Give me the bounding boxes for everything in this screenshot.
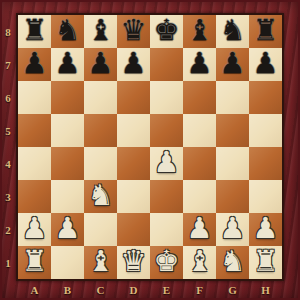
- square-f6[interactable]: [183, 81, 216, 114]
- square-a1[interactable]: ♜: [18, 246, 51, 279]
- square-c2[interactable]: [84, 213, 117, 246]
- file-label-h: H: [249, 281, 282, 298]
- rank-label-8: 8: [0, 15, 16, 48]
- square-g3[interactable]: [216, 180, 249, 213]
- black-pawn: ♟: [55, 47, 81, 80]
- black-pawn: ♟: [121, 47, 147, 80]
- square-e2[interactable]: [150, 213, 183, 246]
- square-f8[interactable]: ♝: [183, 15, 216, 48]
- rank-label-3: 3: [0, 180, 16, 213]
- square-d7[interactable]: ♟: [117, 48, 150, 81]
- rank-label-6: 6: [0, 81, 16, 114]
- file-label-c: C: [84, 281, 117, 298]
- square-g1[interactable]: ♞: [216, 246, 249, 279]
- square-h4[interactable]: [249, 147, 282, 180]
- square-g5[interactable]: [216, 114, 249, 147]
- board-frame: 87654321 ♜♞♝♛♚♝♞♜♟♟♟♟♟♟♟♟♞♟♟♟♟♟♜♝♛♚♝♞♜ A…: [0, 0, 300, 300]
- rank-label-1: 1: [0, 246, 16, 279]
- square-h2[interactable]: ♟: [249, 213, 282, 246]
- square-a3[interactable]: [18, 180, 51, 213]
- square-f4[interactable]: [183, 147, 216, 180]
- white-pawn: ♟: [253, 212, 279, 245]
- square-c8[interactable]: ♝: [84, 15, 117, 48]
- white-knight: ♞: [220, 245, 246, 278]
- file-label-f: F: [183, 281, 216, 298]
- square-g4[interactable]: [216, 147, 249, 180]
- black-pawn: ♟: [187, 47, 213, 80]
- square-a6[interactable]: [18, 81, 51, 114]
- square-f2[interactable]: ♟: [183, 213, 216, 246]
- black-pawn: ♟: [253, 47, 279, 80]
- white-queen: ♛: [121, 245, 147, 278]
- file-label-g: G: [216, 281, 249, 298]
- square-d4[interactable]: [117, 147, 150, 180]
- black-bishop: ♝: [187, 14, 213, 47]
- square-e1[interactable]: ♚: [150, 246, 183, 279]
- rank-label-7: 7: [0, 48, 16, 81]
- square-a2[interactable]: ♟: [18, 213, 51, 246]
- white-bishop: ♝: [88, 245, 114, 278]
- square-f5[interactable]: [183, 114, 216, 147]
- square-g2[interactable]: ♟: [216, 213, 249, 246]
- square-f1[interactable]: ♝: [183, 246, 216, 279]
- black-pawn: ♟: [220, 47, 246, 80]
- square-c6[interactable]: [84, 81, 117, 114]
- square-g8[interactable]: ♞: [216, 15, 249, 48]
- square-h1[interactable]: ♜: [249, 246, 282, 279]
- black-rook: ♜: [22, 14, 48, 47]
- file-label-a: A: [18, 281, 51, 298]
- rank-label-4: 4: [0, 147, 16, 180]
- square-b6[interactable]: [51, 81, 84, 114]
- square-g6[interactable]: [216, 81, 249, 114]
- square-h3[interactable]: [249, 180, 282, 213]
- white-pawn: ♟: [154, 146, 180, 179]
- black-knight: ♞: [220, 14, 246, 47]
- square-a5[interactable]: [18, 114, 51, 147]
- rank-label-2: 2: [0, 213, 16, 246]
- square-e3[interactable]: [150, 180, 183, 213]
- square-b5[interactable]: [51, 114, 84, 147]
- file-label-e: E: [150, 281, 183, 298]
- white-bishop: ♝: [187, 245, 213, 278]
- square-h8[interactable]: ♜: [249, 15, 282, 48]
- square-h7[interactable]: ♟: [249, 48, 282, 81]
- square-e8[interactable]: ♚: [150, 15, 183, 48]
- rank-labels: 87654321: [0, 15, 16, 279]
- white-rook: ♜: [22, 245, 48, 278]
- square-b7[interactable]: ♟: [51, 48, 84, 81]
- square-f7[interactable]: ♟: [183, 48, 216, 81]
- square-h5[interactable]: [249, 114, 282, 147]
- square-d8[interactable]: ♛: [117, 15, 150, 48]
- square-a7[interactable]: ♟: [18, 48, 51, 81]
- file-label-d: D: [117, 281, 150, 298]
- square-b4[interactable]: [51, 147, 84, 180]
- square-e6[interactable]: [150, 81, 183, 114]
- white-pawn: ♟: [220, 212, 246, 245]
- square-e7[interactable]: [150, 48, 183, 81]
- black-queen: ♛: [121, 14, 147, 47]
- square-h6[interactable]: [249, 81, 282, 114]
- square-d5[interactable]: [117, 114, 150, 147]
- square-e4[interactable]: ♟: [150, 147, 183, 180]
- white-rook: ♜: [253, 245, 279, 278]
- square-f3[interactable]: [183, 180, 216, 213]
- square-e5[interactable]: [150, 114, 183, 147]
- black-knight: ♞: [55, 14, 81, 47]
- black-pawn: ♟: [22, 47, 48, 80]
- file-labels: ABCDEFGH: [18, 281, 282, 298]
- file-label-b: B: [51, 281, 84, 298]
- square-d6[interactable]: [117, 81, 150, 114]
- black-king: ♚: [154, 14, 180, 47]
- white-pawn: ♟: [55, 212, 81, 245]
- white-pawn: ♟: [22, 212, 48, 245]
- square-g7[interactable]: ♟: [216, 48, 249, 81]
- white-knight: ♞: [88, 179, 114, 212]
- square-b3[interactable]: [51, 180, 84, 213]
- black-rook: ♜: [253, 14, 279, 47]
- square-b8[interactable]: ♞: [51, 15, 84, 48]
- square-d1[interactable]: ♛: [117, 246, 150, 279]
- rank-label-5: 5: [0, 114, 16, 147]
- square-b1[interactable]: [51, 246, 84, 279]
- square-d3[interactable]: [117, 180, 150, 213]
- black-pawn: ♟: [88, 47, 114, 80]
- square-d2[interactable]: [117, 213, 150, 246]
- square-c5[interactable]: [84, 114, 117, 147]
- square-a4[interactable]: [18, 147, 51, 180]
- square-c3[interactable]: ♞: [84, 180, 117, 213]
- square-a8[interactable]: ♜: [18, 15, 51, 48]
- square-c1[interactable]: ♝: [84, 246, 117, 279]
- white-king: ♚: [154, 245, 180, 278]
- white-pawn: ♟: [187, 212, 213, 245]
- chess-board[interactable]: ♜♞♝♛♚♝♞♜♟♟♟♟♟♟♟♟♞♟♟♟♟♟♜♝♛♚♝♞♜: [16, 13, 284, 281]
- square-c7[interactable]: ♟: [84, 48, 117, 81]
- black-bishop: ♝: [88, 14, 114, 47]
- square-b2[interactable]: ♟: [51, 213, 84, 246]
- square-c4[interactable]: [84, 147, 117, 180]
